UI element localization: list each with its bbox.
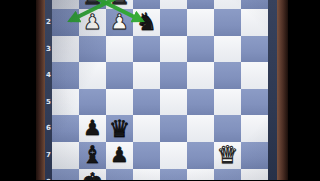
- square-b2[interactable]: [214, 9, 241, 36]
- white-rook: ♜: [82, 0, 104, 8]
- square-c2[interactable]: [187, 9, 214, 36]
- square-e6[interactable]: [133, 115, 160, 142]
- square-c3[interactable]: [187, 36, 214, 63]
- square-g7[interactable]: ♝: [79, 142, 106, 169]
- square-a5[interactable]: [241, 89, 268, 116]
- square-f6[interactable]: ♛: [106, 115, 133, 142]
- square-h1[interactable]: [52, 0, 79, 9]
- board-frame-inner-right: [268, 0, 277, 180]
- square-b1[interactable]: [214, 0, 241, 9]
- white-pawn: ♟: [110, 12, 129, 33]
- square-d6[interactable]: [160, 115, 187, 142]
- square-f4[interactable]: [106, 62, 133, 89]
- square-d7[interactable]: [160, 142, 187, 169]
- rank-label-7: 7: [45, 151, 52, 160]
- square-a8[interactable]: [241, 169, 268, 180]
- square-d1[interactable]: [160, 0, 187, 9]
- square-c1[interactable]: [187, 0, 214, 9]
- rank-label-8: 8: [45, 178, 52, 181]
- chess-video-frame: 12345678 ♜♜♟♟♞♟♛♝♟♛♚: [0, 0, 320, 180]
- square-f1[interactable]: ♜: [106, 0, 133, 9]
- square-b5[interactable]: [214, 89, 241, 116]
- square-a2[interactable]: [241, 9, 268, 36]
- square-e5[interactable]: [133, 89, 160, 116]
- rank-label-4: 4: [45, 71, 52, 80]
- square-c6[interactable]: [187, 115, 214, 142]
- square-a1[interactable]: [241, 0, 268, 9]
- square-b4[interactable]: [214, 62, 241, 89]
- rank-label-3: 3: [45, 45, 52, 54]
- square-a6[interactable]: [241, 115, 268, 142]
- white-rook: ♜: [109, 0, 131, 8]
- white-pawn: ♟: [83, 12, 102, 33]
- black-pawn: ♟: [83, 118, 102, 139]
- square-g3[interactable]: [79, 36, 106, 63]
- square-b7[interactable]: ♛: [214, 142, 241, 169]
- square-a3[interactable]: [241, 36, 268, 63]
- square-h2[interactable]: [52, 9, 79, 36]
- square-g4[interactable]: [79, 62, 106, 89]
- square-g2[interactable]: ♟: [79, 9, 106, 36]
- square-e7[interactable]: [133, 142, 160, 169]
- square-g8[interactable]: ♚: [79, 169, 106, 180]
- square-b6[interactable]: [214, 115, 241, 142]
- chess-board: ♜♜♟♟♞♟♛♝♟♛♚: [52, 0, 268, 180]
- square-c7[interactable]: [187, 142, 214, 169]
- square-f2[interactable]: ♟: [106, 9, 133, 36]
- square-e3[interactable]: [133, 36, 160, 63]
- rank-label-2: 2: [45, 18, 52, 27]
- black-bishop: ♝: [82, 143, 104, 167]
- square-h3[interactable]: [52, 36, 79, 63]
- square-f7[interactable]: ♟: [106, 142, 133, 169]
- board-frame-left: [36, 0, 45, 180]
- square-g5[interactable]: [79, 89, 106, 116]
- square-d4[interactable]: [160, 62, 187, 89]
- rank-label-5: 5: [45, 98, 52, 107]
- square-h7[interactable]: [52, 142, 79, 169]
- square-g1[interactable]: ♜: [79, 0, 106, 9]
- black-knight: ♞: [136, 10, 158, 34]
- square-g6[interactable]: ♟: [79, 115, 106, 142]
- square-h4[interactable]: [52, 62, 79, 89]
- rank-coordinate-strip: 12345678: [45, 0, 52, 180]
- square-a4[interactable]: [241, 62, 268, 89]
- square-h6[interactable]: [52, 115, 79, 142]
- board-grid: ♜♜♟♟♞♟♛♝♟♛♚: [52, 0, 268, 180]
- square-e2[interactable]: ♞: [133, 9, 160, 36]
- square-e8[interactable]: [133, 169, 160, 180]
- square-d5[interactable]: [160, 89, 187, 116]
- black-queen: ♛: [109, 117, 131, 141]
- board-frame-right: [277, 0, 288, 180]
- black-king: ♚: [82, 170, 104, 180]
- square-f8[interactable]: [106, 169, 133, 180]
- white-queen: ♛: [217, 143, 239, 167]
- square-d8[interactable]: [160, 169, 187, 180]
- square-c4[interactable]: [187, 62, 214, 89]
- square-d2[interactable]: [160, 9, 187, 36]
- square-a7[interactable]: [241, 142, 268, 169]
- square-h8[interactable]: [52, 169, 79, 180]
- square-f3[interactable]: [106, 36, 133, 63]
- square-c8[interactable]: [187, 169, 214, 180]
- square-b8[interactable]: [214, 169, 241, 180]
- rank-label-6: 6: [45, 124, 52, 133]
- square-d3[interactable]: [160, 36, 187, 63]
- black-pawn: ♟: [110, 145, 129, 166]
- square-b3[interactable]: [214, 36, 241, 63]
- square-h5[interactable]: [52, 89, 79, 116]
- square-e4[interactable]: [133, 62, 160, 89]
- square-f5[interactable]: [106, 89, 133, 116]
- square-c5[interactable]: [187, 89, 214, 116]
